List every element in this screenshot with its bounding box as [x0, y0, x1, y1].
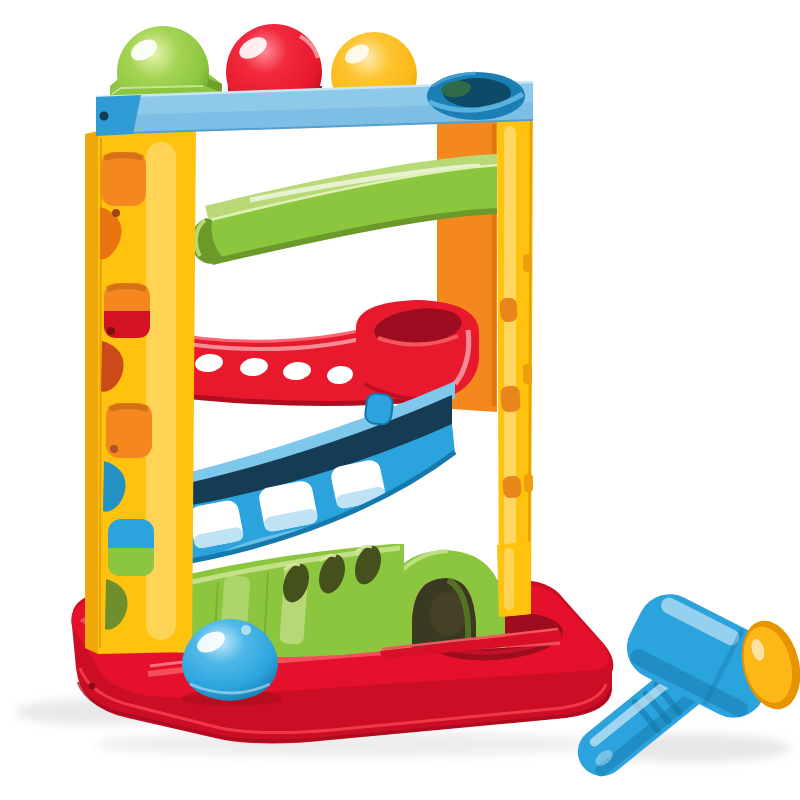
product-photo-toy-tower: [0, 0, 800, 800]
blue-ramp-latch: [364, 393, 393, 426]
right-post-notch: [524, 474, 533, 492]
right-post-cutout: [499, 297, 518, 322]
right-post-foot-glare: [504, 548, 514, 610]
right-post-cutout: [502, 475, 521, 498]
right-post-glare: [504, 126, 516, 604]
base-screw-dot: [89, 683, 96, 690]
cutout-1-shadow: [104, 155, 143, 158]
left-post: [85, 127, 196, 654]
left-post-side: [85, 131, 98, 654]
deck-rim-peg-hole: [100, 112, 109, 121]
post-dot-2: [107, 327, 115, 335]
right-post-notch: [523, 364, 532, 384]
right-post-notch: [523, 254, 532, 272]
post-dot-3: [110, 445, 118, 453]
cutout-3-shadow: [109, 406, 148, 409]
post-cutout-1: [101, 152, 146, 206]
blue-ball-glint: [241, 625, 251, 635]
post-dot-1: [112, 209, 120, 217]
cutout-4-green-sliver: [108, 548, 154, 576]
toy-illustration: [0, 0, 800, 800]
right-post-cutout: [500, 385, 521, 412]
cutout-2-shadow: [107, 286, 146, 289]
